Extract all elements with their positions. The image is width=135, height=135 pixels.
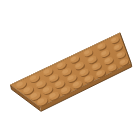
lego-plate-4x8-image bbox=[0, 0, 135, 135]
plate-render-svg bbox=[0, 0, 135, 135]
product-image-canvas bbox=[0, 0, 135, 135]
